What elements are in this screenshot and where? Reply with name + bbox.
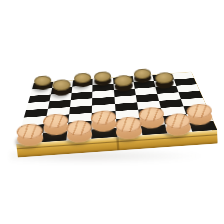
product-photo: [0, 0, 224, 224]
light-piece-d2: [91, 109, 117, 132]
light-piece-e1: [115, 116, 142, 140]
light-piece-c1: [66, 120, 93, 144]
light-piece-g1: [164, 113, 191, 137]
light-piece-f2: [138, 106, 164, 129]
dark-piece-e7: [114, 75, 133, 91]
dark-piece-a8: [34, 75, 52, 91]
pieces-layer: [0, 0, 224, 224]
dark-piece-b7: [53, 79, 72, 95]
dark-piece-g7: [155, 72, 174, 88]
dark-piece-f8: [134, 68, 152, 84]
board-tilt-wrapper: [0, 0, 224, 224]
dark-piece-d8: [94, 71, 112, 87]
light-piece-a1: [16, 123, 43, 147]
dark-piece-c8: [74, 72, 92, 88]
